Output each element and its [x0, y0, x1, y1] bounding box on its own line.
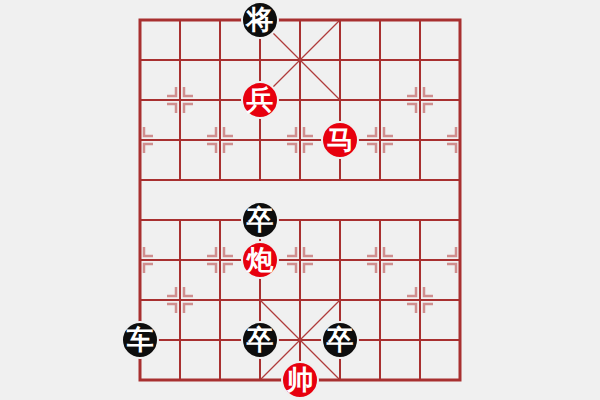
piece-glyph: 马 [321, 121, 359, 159]
piece-red-soldier[interactable]: 兵 [240, 80, 280, 120]
piece-glyph: 车 [121, 321, 159, 359]
xiangqi-diagram: 将兵马卒炮车卒卒帅 [0, 0, 600, 400]
piece-glyph: 兵 [241, 81, 279, 119]
piece-glyph: 将 [241, 1, 279, 39]
piece-layer: 将兵马卒炮车卒卒帅 [120, 0, 480, 400]
piece-glyph: 卒 [241, 201, 279, 239]
piece-black-soldier[interactable]: 卒 [320, 320, 360, 360]
piece-red-general[interactable]: 帅 [280, 360, 320, 400]
piece-black-general[interactable]: 将 [240, 0, 280, 40]
piece-glyph: 卒 [241, 321, 279, 359]
piece-glyph: 帅 [281, 361, 319, 399]
piece-glyph: 卒 [321, 321, 359, 359]
piece-glyph: 炮 [241, 241, 279, 279]
piece-black-soldier[interactable]: 卒 [240, 320, 280, 360]
piece-red-cannon[interactable]: 炮 [240, 240, 280, 280]
piece-black-chariot[interactable]: 车 [120, 320, 160, 360]
piece-red-horse[interactable]: 马 [320, 120, 360, 160]
piece-black-soldier[interactable]: 卒 [240, 200, 280, 240]
